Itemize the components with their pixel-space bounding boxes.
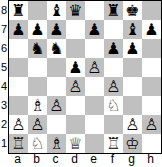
square-b7[interactable]: ♟ (28, 20, 47, 39)
square-c7[interactable]: ♟ (47, 20, 66, 39)
square-e1[interactable] (85, 134, 104, 153)
square-h8[interactable] (142, 1, 161, 20)
chess-diagram: 87654321 ♜♝♛♜♚♟♟♟♟♝♟♞♞♟♟♟♙♙♙♗♙♘♙♙♙♙♖♘♗♕♖… (0, 0, 162, 167)
square-f3[interactable]: ♘ (104, 96, 123, 115)
square-g1[interactable]: ♔ (123, 134, 142, 153)
piece-black-rook: ♜ (9, 1, 28, 20)
rank-label-5: 5 (0, 58, 8, 77)
piece-black-king: ♚ (123, 1, 142, 20)
square-f5[interactable] (104, 58, 123, 77)
square-d3[interactable] (66, 96, 85, 115)
square-c6[interactable]: ♞ (47, 39, 66, 58)
square-b6[interactable]: ♞ (28, 39, 47, 58)
file-label-a: a (8, 153, 27, 167)
piece-white-queen: ♕ (66, 134, 85, 153)
square-d5[interactable]: ♟ (66, 58, 85, 77)
square-a6[interactable] (9, 39, 28, 58)
piece-white-pawn: ♙ (28, 115, 47, 134)
square-h6[interactable] (142, 39, 161, 58)
square-g2[interactable]: ♙ (123, 115, 142, 134)
piece-white-pawn: ♙ (142, 115, 161, 134)
square-f7[interactable] (104, 20, 123, 39)
rank-label-2: 2 (0, 115, 8, 134)
square-d8[interactable]: ♛ (66, 1, 85, 20)
piece-white-king: ♔ (123, 134, 142, 153)
rank-label-7: 7 (0, 20, 8, 39)
square-d6[interactable] (66, 39, 85, 58)
piece-white-pawn: ♙ (123, 115, 142, 134)
piece-black-rook: ♜ (104, 1, 123, 20)
square-b3[interactable]: ♗ (28, 96, 47, 115)
square-h5[interactable] (142, 58, 161, 77)
square-a1[interactable]: ♖ (9, 134, 28, 153)
square-e7[interactable]: ♟ (85, 20, 104, 39)
square-c8[interactable]: ♝ (47, 1, 66, 20)
square-e5[interactable]: ♙ (85, 58, 104, 77)
chess-board: ♜♝♛♜♚♟♟♟♟♝♟♞♞♟♟♟♙♙♙♗♙♘♙♙♙♙♖♘♗♕♖♔ (8, 0, 162, 154)
piece-white-knight: ♘ (28, 134, 47, 153)
rank-label-8: 8 (0, 1, 8, 20)
piece-black-pawn: ♟ (66, 58, 85, 77)
square-f4[interactable]: ♙ (104, 77, 123, 96)
piece-white-knight: ♘ (104, 96, 123, 115)
square-b1[interactable]: ♘ (28, 134, 47, 153)
file-label-d: d (65, 153, 84, 167)
square-g8[interactable]: ♚ (123, 1, 142, 20)
square-b2[interactable]: ♙ (28, 115, 47, 134)
piece-black-bishop: ♝ (47, 1, 66, 20)
piece-black-queen: ♛ (66, 1, 85, 20)
piece-white-pawn: ♙ (104, 77, 123, 96)
piece-black-knight: ♞ (28, 39, 47, 58)
square-g6[interactable]: ♟ (123, 39, 142, 58)
square-c2[interactable] (47, 115, 66, 134)
square-d2[interactable] (66, 115, 85, 134)
square-b8[interactable] (28, 1, 47, 20)
square-e4[interactable] (85, 77, 104, 96)
square-c5[interactable] (47, 58, 66, 77)
square-a8[interactable]: ♜ (9, 1, 28, 20)
rank-label-3: 3 (0, 96, 8, 115)
square-g7[interactable]: ♝ (123, 20, 142, 39)
piece-black-knight: ♞ (47, 39, 66, 58)
square-h2[interactable]: ♙ (142, 115, 161, 134)
piece-white-pawn: ♙ (85, 58, 104, 77)
piece-black-pawn: ♟ (104, 39, 123, 58)
square-g3[interactable] (123, 96, 142, 115)
piece-white-pawn: ♙ (47, 96, 66, 115)
square-c1[interactable]: ♗ (47, 134, 66, 153)
piece-black-pawn: ♟ (28, 20, 47, 39)
square-h4[interactable] (142, 77, 161, 96)
file-labels: abcdefgh (8, 153, 160, 167)
piece-white-rook: ♖ (104, 134, 123, 153)
square-h1[interactable] (142, 134, 161, 153)
square-d7[interactable] (66, 20, 85, 39)
square-c3[interactable]: ♙ (47, 96, 66, 115)
square-f1[interactable]: ♖ (104, 134, 123, 153)
piece-black-pawn: ♟ (142, 20, 161, 39)
piece-white-pawn: ♙ (9, 115, 28, 134)
square-b5[interactable] (28, 58, 47, 77)
piece-black-pawn: ♟ (123, 39, 142, 58)
piece-black-pawn: ♟ (85, 20, 104, 39)
piece-black-pawn: ♟ (9, 20, 28, 39)
square-d4[interactable]: ♙ (66, 77, 85, 96)
piece-white-bishop: ♗ (28, 96, 47, 115)
square-f6[interactable]: ♟ (104, 39, 123, 58)
square-a7[interactable]: ♟ (9, 20, 28, 39)
square-f2[interactable] (104, 115, 123, 134)
square-e8[interactable] (85, 1, 104, 20)
square-f8[interactable]: ♜ (104, 1, 123, 20)
rank-label-6: 6 (0, 39, 8, 58)
file-label-h: h (141, 153, 160, 167)
square-g5[interactable] (123, 58, 142, 77)
square-e6[interactable] (85, 39, 104, 58)
square-b4[interactable] (28, 77, 47, 96)
rank-label-4: 4 (0, 77, 8, 96)
file-label-e: e (84, 153, 103, 167)
square-h7[interactable]: ♟ (142, 20, 161, 39)
file-label-b: b (27, 153, 46, 167)
file-label-f: f (103, 153, 122, 167)
rank-label-1: 1 (0, 134, 8, 153)
piece-white-bishop: ♗ (47, 134, 66, 153)
square-e2[interactable] (85, 115, 104, 134)
rank-labels: 87654321 (0, 1, 8, 153)
square-a3[interactable] (9, 96, 28, 115)
square-e3[interactable] (85, 96, 104, 115)
piece-white-rook: ♖ (9, 134, 28, 153)
square-a4[interactable] (9, 77, 28, 96)
square-h3[interactable] (142, 96, 161, 115)
square-d1[interactable]: ♕ (66, 134, 85, 153)
file-label-g: g (122, 153, 141, 167)
piece-white-pawn: ♙ (66, 77, 85, 96)
piece-black-bishop: ♝ (123, 20, 142, 39)
square-a5[interactable] (9, 58, 28, 77)
piece-black-pawn: ♟ (47, 20, 66, 39)
square-a2[interactable]: ♙ (9, 115, 28, 134)
square-c4[interactable] (47, 77, 66, 96)
square-g4[interactable] (123, 77, 142, 96)
file-label-c: c (46, 153, 65, 167)
